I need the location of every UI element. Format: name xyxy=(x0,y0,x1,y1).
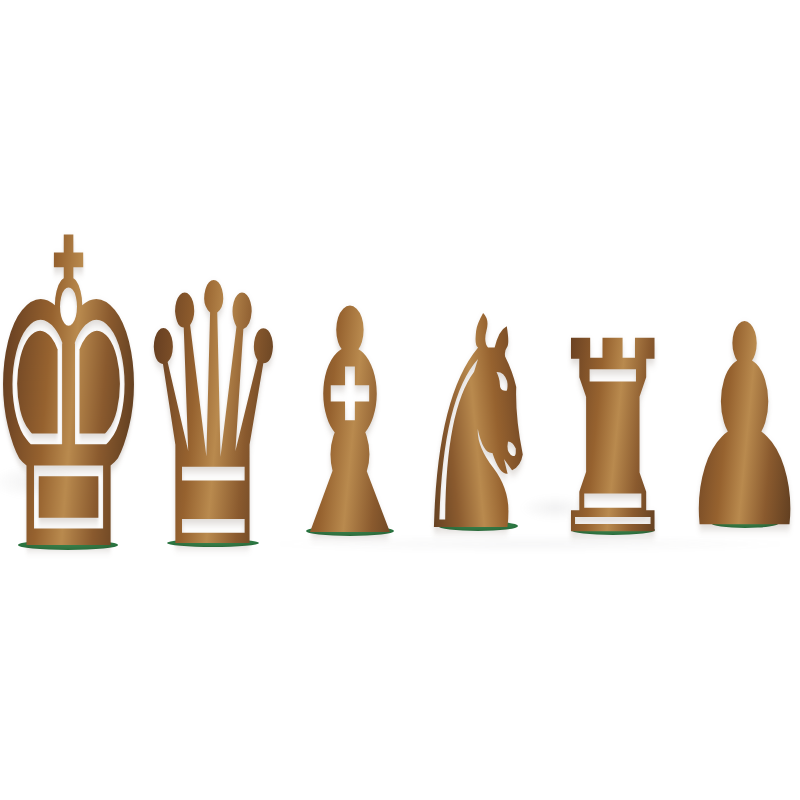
felt-base xyxy=(711,518,779,528)
bishop-glyph: ♝ xyxy=(274,304,427,546)
background-smudge xyxy=(250,535,800,553)
background-smudge xyxy=(0,465,80,499)
rook-glyph: ♜ xyxy=(546,336,679,543)
chess-piece-king: ♚ xyxy=(0,228,178,547)
felt-base xyxy=(438,521,518,531)
felt-base xyxy=(306,526,394,536)
pawn-glyph: ♟ xyxy=(676,320,800,537)
background-smudge xyxy=(520,495,590,521)
felt-base xyxy=(571,525,655,535)
chess-piece-knight: ♞ xyxy=(368,308,588,528)
king-glyph: ♚ xyxy=(0,233,152,565)
knight-glyph: ♞ xyxy=(408,312,547,541)
queen-glyph: ♛ xyxy=(134,279,292,560)
chess-pieces-photo: ♚ ♛ ♝ ♞ ♜ ♟ xyxy=(0,0,800,800)
chess-piece-rook: ♜ xyxy=(503,333,723,532)
felt-base xyxy=(167,539,259,547)
chess-piece-queen: ♛ xyxy=(103,275,323,545)
felt-base xyxy=(18,540,118,550)
chess-piece-pawn: ♟ xyxy=(635,360,800,525)
chess-piece-bishop: ♝ xyxy=(240,300,460,533)
